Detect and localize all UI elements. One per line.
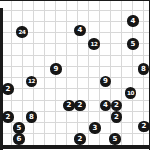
black-stone[interactable]: 24 — [16, 26, 27, 37]
grid-line-vertical — [44, 1, 45, 145]
black-stone[interactable]: 4 — [74, 25, 85, 36]
grid-line-vertical — [110, 1, 111, 145]
grid-line-vertical — [66, 1, 67, 145]
black-stone[interactable]: 2 — [2, 83, 13, 94]
black-stone[interactable]: 9 — [50, 63, 61, 74]
black-stone[interactable]: 12 — [26, 76, 37, 87]
grid-line-vertical — [11, 1, 12, 145]
frame-top-line — [0, 0, 150, 1]
black-stone[interactable]: 2 — [111, 111, 122, 122]
grid-line-horizontal — [3, 111, 149, 112]
black-stone[interactable]: 6 — [13, 133, 24, 144]
black-stone[interactable]: 3 — [89, 122, 100, 133]
grid-line-horizontal — [3, 77, 149, 78]
black-stone[interactable]: 8 — [26, 111, 37, 122]
grid-line-horizontal — [3, 122, 149, 123]
axis-bottom — [0, 145, 150, 148]
black-stone[interactable]: 5 — [127, 38, 138, 49]
grid-line-vertical — [33, 1, 34, 145]
axis-left — [0, 8, 3, 150]
black-stone[interactable]: 2 — [138, 121, 149, 132]
black-stone[interactable]: 2 — [74, 100, 85, 111]
black-stone[interactable]: 2 — [63, 100, 74, 111]
black-stone[interactable]: 5 — [109, 133, 120, 144]
black-stone[interactable]: 8 — [138, 63, 149, 74]
puzzle-board: 2444125981292102242282532625 — [0, 0, 150, 150]
grid-line-vertical — [121, 1, 122, 145]
black-stone[interactable]: 4 — [127, 15, 138, 26]
grid-line-horizontal — [3, 10, 149, 11]
black-stone[interactable]: 2 — [74, 133, 85, 144]
grid-line-horizontal — [3, 66, 149, 67]
black-stone[interactable]: 5 — [13, 122, 24, 133]
black-stone[interactable]: 10 — [125, 87, 136, 98]
grid-line-horizontal — [3, 55, 149, 56]
black-stone[interactable]: 12 — [88, 38, 99, 49]
grid-line-vertical — [77, 1, 78, 145]
black-stone[interactable]: 2 — [2, 111, 13, 122]
